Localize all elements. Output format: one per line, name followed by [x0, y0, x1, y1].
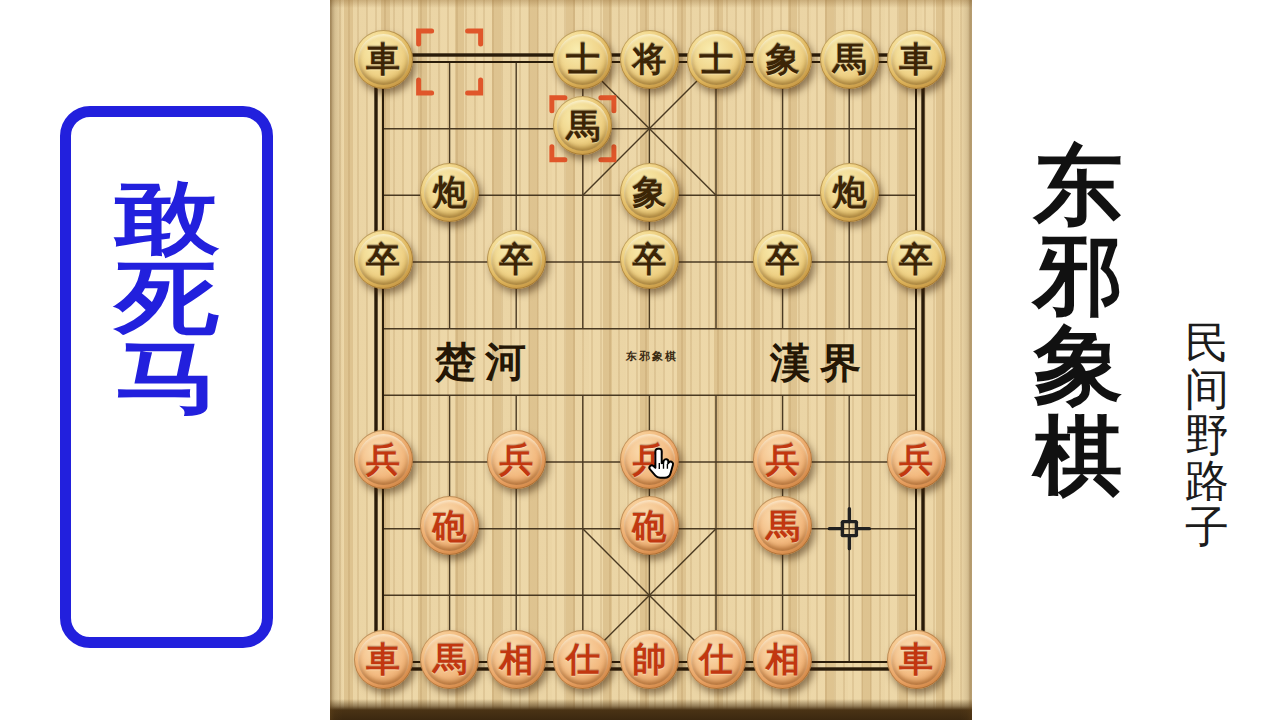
- title-char: 马: [115, 337, 219, 417]
- piece-red[interactable]: 帥: [620, 630, 679, 689]
- piece-black[interactable]: 士: [687, 30, 746, 89]
- piece-glyph: 炮: [433, 175, 467, 209]
- title-char: 民: [1185, 320, 1229, 366]
- piece-glyph: 仕: [699, 642, 733, 676]
- piece-glyph: 卒: [499, 242, 533, 276]
- piece-face: 兵: [891, 434, 942, 485]
- title-char: 路: [1185, 458, 1229, 504]
- piece-black[interactable]: 炮: [420, 163, 479, 222]
- piece-red[interactable]: 仕: [687, 630, 746, 689]
- piece-red[interactable]: 馬: [420, 630, 479, 689]
- river-right-label: 漢界: [769, 339, 870, 387]
- right-title: 东邪象棋: [1032, 140, 1124, 500]
- piece-glyph: 馬: [433, 642, 467, 676]
- piece-glyph: 帥: [633, 642, 667, 676]
- piece-face: 士: [691, 34, 742, 85]
- piece-glyph: 相: [766, 642, 800, 676]
- piece-glyph: 将: [633, 42, 667, 76]
- piece-red[interactable]: 兵: [354, 430, 413, 489]
- piece-face: 車: [358, 634, 409, 685]
- piece-face: 相: [491, 634, 542, 685]
- board-grid: 楚河 漢界 东邪象棋: [330, 0, 972, 720]
- piece-black[interactable]: 象: [620, 163, 679, 222]
- piece-face: 車: [891, 34, 942, 85]
- piece-glyph: 炮: [832, 175, 866, 209]
- piece-red[interactable]: 砲: [420, 496, 479, 555]
- left-banner-title: 敢死马: [127, 177, 207, 417]
- right-title-text: 东邪象棋: [1035, 140, 1121, 500]
- title-char: 间: [1185, 366, 1229, 412]
- piece-glyph: 砲: [633, 509, 667, 543]
- piece-glyph: 馬: [566, 109, 600, 143]
- piece-black[interactable]: 炮: [820, 163, 879, 222]
- video-frame: 敢死马 东邪象棋 民间野路子: [0, 0, 1280, 720]
- title-char: 死: [115, 257, 219, 337]
- title-char: 子: [1185, 504, 1229, 550]
- piece-black[interactable]: 士: [553, 30, 612, 89]
- piece-face: 馬: [757, 500, 808, 551]
- piece-glyph: 兵: [499, 442, 533, 476]
- marker-stroke: [468, 80, 481, 93]
- piece-glyph: 相: [499, 642, 533, 676]
- piece-red[interactable]: 馬: [753, 496, 812, 555]
- marker-stroke: [419, 80, 432, 93]
- piece-face: 相: [757, 634, 808, 685]
- piece-glyph: 馬: [832, 42, 866, 76]
- piece-glyph: 仕: [566, 642, 600, 676]
- piece-glyph: 車: [366, 642, 400, 676]
- piece-face: 卒: [891, 234, 942, 285]
- right-subtitle: 民间野路子: [1183, 320, 1231, 550]
- piece-glyph: 砲: [433, 509, 467, 543]
- marker-stroke: [601, 147, 614, 160]
- piece-face: 卒: [757, 234, 808, 285]
- piece-red[interactable]: 相: [753, 630, 812, 689]
- piece-black[interactable]: 将: [620, 30, 679, 89]
- left-banner: 敢死马: [60, 106, 273, 648]
- piece-face: 車: [358, 34, 409, 85]
- piece-glyph: 卒: [366, 242, 400, 276]
- piece-red[interactable]: 兵: [887, 430, 946, 489]
- piece-glyph: 兵: [766, 442, 800, 476]
- piece-face: 象: [757, 34, 808, 85]
- piece-face: 車: [891, 634, 942, 685]
- piece-face: 卒: [491, 234, 542, 285]
- piece-face: 仕: [691, 634, 742, 685]
- piece-black[interactable]: 卒: [887, 230, 946, 289]
- title-char: 野: [1185, 412, 1229, 458]
- piece-black[interactable]: 車: [887, 30, 946, 89]
- title-char: 东: [1033, 140, 1122, 230]
- piece-glyph: 士: [566, 42, 600, 76]
- piece-face: 炮: [424, 167, 475, 218]
- piece-red[interactable]: 仕: [553, 630, 612, 689]
- piece-red[interactable]: 砲: [620, 496, 679, 555]
- piece-face: 馬: [424, 634, 475, 685]
- piece-face: 帥: [624, 634, 675, 685]
- piece-glyph: 卒: [633, 242, 667, 276]
- piece-face: 兵: [358, 434, 409, 485]
- marker-stroke: [552, 147, 565, 160]
- piece-black[interactable]: 卒: [620, 230, 679, 289]
- piece-glyph: 象: [766, 42, 800, 76]
- title-char: 邪: [1033, 230, 1122, 320]
- piece-red[interactable]: 相: [487, 630, 546, 689]
- piece-glyph: 兵: [899, 442, 933, 476]
- piece-glyph: 卒: [766, 242, 800, 276]
- river-watermark: 东邪象棋: [625, 350, 678, 363]
- piece-face: 将: [624, 34, 675, 85]
- piece-glyph: 車: [899, 42, 933, 76]
- piece-face: 仕: [557, 634, 608, 685]
- right-subtitle-text: 民间野路子: [1185, 320, 1229, 550]
- river-left-label: 楚河: [434, 338, 535, 386]
- title-char: 棋: [1033, 410, 1122, 500]
- xiangqi-board[interactable]: 楚河 漢界 东邪象棋 車士将士象馬車馬炮象炮卒卒卒卒卒兵兵兵兵兵砲砲馬車馬相仕帥…: [330, 0, 972, 720]
- piece-black[interactable]: 象: [753, 30, 812, 89]
- marker-stroke: [419, 31, 432, 44]
- piece-glyph: 兵: [366, 442, 400, 476]
- piece-face: 士: [557, 34, 608, 85]
- piece-face: 馬: [557, 100, 608, 151]
- piece-glyph: 車: [366, 42, 400, 76]
- piece-face: 卒: [624, 234, 675, 285]
- piece-black[interactable]: 卒: [354, 230, 413, 289]
- piece-face: 兵: [757, 434, 808, 485]
- piece-face: 砲: [424, 500, 475, 551]
- piece-face: 馬: [824, 34, 875, 85]
- title-char: 敢: [115, 177, 219, 257]
- piece-black[interactable]: 馬: [820, 30, 879, 89]
- piece-face: 砲: [624, 500, 675, 551]
- piece-face: 卒: [358, 234, 409, 285]
- title-char: 象: [1033, 320, 1122, 410]
- piece-red[interactable]: 車: [887, 630, 946, 689]
- piece-face: 象: [624, 167, 675, 218]
- piece-glyph: 士: [699, 42, 733, 76]
- piece-glyph: 車: [899, 642, 933, 676]
- hand-cursor-icon: [644, 446, 680, 486]
- marker-stroke: [468, 31, 481, 44]
- piece-glyph: 象: [633, 175, 667, 209]
- piece-red[interactable]: 車: [354, 630, 413, 689]
- piece-red[interactable]: 兵: [753, 430, 812, 489]
- piece-black[interactable]: 車: [354, 30, 413, 89]
- piece-glyph: 馬: [766, 509, 800, 543]
- piece-red[interactable]: 兵: [487, 430, 546, 489]
- piece-face: 炮: [824, 167, 875, 218]
- piece-face: 兵: [491, 434, 542, 485]
- piece-black[interactable]: 卒: [753, 230, 812, 289]
- piece-glyph: 卒: [899, 242, 933, 276]
- piece-black[interactable]: 卒: [487, 230, 546, 289]
